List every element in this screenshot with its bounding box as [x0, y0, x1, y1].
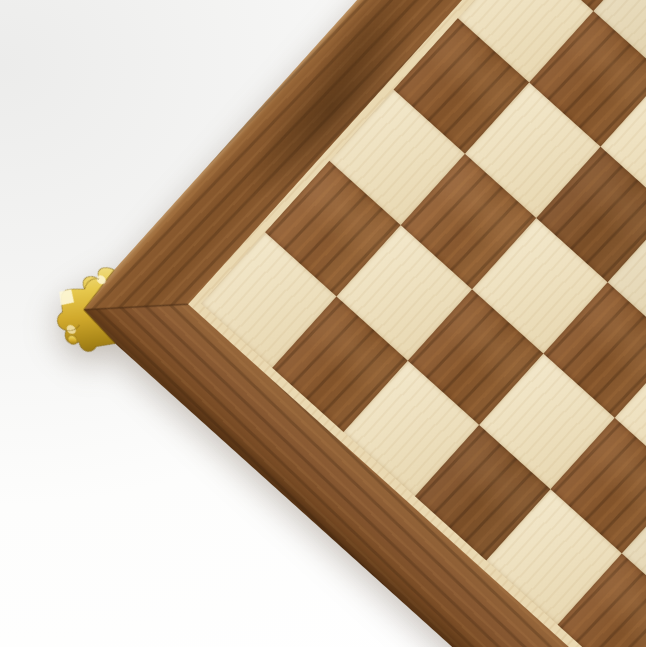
chessboard — [78, 0, 646, 647]
brass-plate — [41, 254, 152, 365]
photo-scene — [0, 0, 646, 647]
